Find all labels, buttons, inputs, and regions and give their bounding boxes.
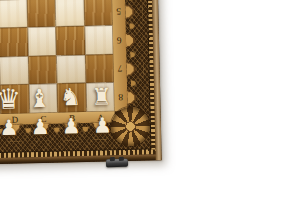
rank-label-6: 6 — [113, 35, 126, 45]
piece-pawn-a7[interactable]: ♟ — [86, 113, 119, 138]
square-d7[interactable] — [0, 56, 28, 85]
square-a5[interactable] — [84, 0, 113, 26]
piece-queen-d8[interactable]: ♛ — [0, 82, 25, 116]
square-a6[interactable] — [84, 26, 113, 55]
piece-bishop-c8[interactable]: ♝ — [23, 83, 56, 113]
piece-knight-b8[interactable]: ♞ — [54, 83, 87, 112]
carved-fan-border-right — [124, 0, 144, 115]
rank-label-7: 7 — [114, 63, 127, 73]
square-b5[interactable] — [55, 0, 84, 27]
square-b7[interactable] — [56, 55, 85, 84]
rank-label-5: 5 — [113, 6, 126, 16]
square-c5[interactable] — [27, 0, 56, 28]
square-b6[interactable] — [56, 26, 85, 55]
wooden-chess-box: DCBA 5678 ♛♝♞♜♟♟♟♟ — [0, 0, 162, 165]
chess-board-photo: DCBA 5678 ♛♝♞♜♟♟♟♟ — [0, 0, 300, 200]
square-c7[interactable] — [28, 56, 57, 85]
square-c6[interactable] — [27, 27, 56, 56]
piece-pawn-b7[interactable]: ♟ — [55, 114, 88, 139]
piece-pawn-d7[interactable]: ♟ — [0, 115, 25, 140]
hinge — [106, 159, 128, 167]
square-a7[interactable] — [85, 54, 114, 83]
square-d5[interactable] — [0, 0, 27, 28]
piece-rook-a8[interactable]: ♜ — [85, 83, 118, 110]
square-d6[interactable] — [0, 28, 28, 57]
piece-pawn-c7[interactable]: ♟ — [24, 114, 57, 139]
